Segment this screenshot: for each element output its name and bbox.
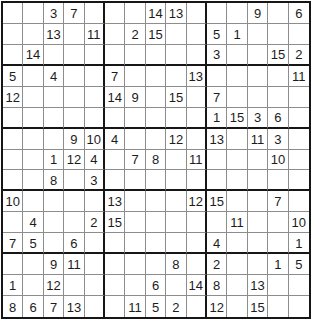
cell-r11c1-empty[interactable] — [3, 212, 23, 233]
cell-r8c4-given[interactable]: 12 — [64, 150, 84, 171]
cell-r15c12-empty[interactable] — [227, 296, 247, 317]
cell-r3c7-empty[interactable] — [125, 45, 145, 66]
cell-r12c7-empty[interactable] — [125, 233, 145, 254]
cell-r3c8-empty[interactable] — [146, 45, 166, 66]
cell-r13c4-given[interactable]: 11 — [64, 254, 84, 275]
cell-r2c15-empty[interactable] — [289, 24, 309, 45]
cell-r3c11-given[interactable]: 3 — [207, 45, 227, 66]
cell-r10c2-empty[interactable] — [23, 191, 43, 212]
cell-r11c5-given[interactable]: 2 — [85, 212, 105, 233]
cell-r9c1-empty[interactable] — [3, 170, 23, 191]
cell-r1c14-empty[interactable] — [268, 3, 288, 24]
cell-r4c8-empty[interactable] — [146, 66, 166, 87]
cell-r13c11-given[interactable]: 2 — [207, 254, 227, 275]
cell-r14c6-empty[interactable] — [105, 275, 125, 296]
cell-r6c5-empty[interactable] — [85, 108, 105, 129]
cell-r5c2-empty[interactable] — [23, 87, 43, 108]
cell-r11c14-empty[interactable] — [268, 212, 288, 233]
cell-r9c3-given[interactable]: 8 — [44, 170, 64, 191]
cell-r7c8-empty[interactable] — [146, 129, 166, 150]
cell-r6c13-given[interactable]: 3 — [248, 108, 268, 129]
cell-r8c14-given[interactable]: 10 — [268, 150, 288, 171]
cell-r13c14-given[interactable]: 1 — [268, 254, 288, 275]
cell-r14c7-empty[interactable] — [125, 275, 145, 296]
cell-r14c14-empty[interactable] — [268, 275, 288, 296]
cell-r1c13-given[interactable]: 9 — [248, 3, 268, 24]
cell-r13c9-given[interactable]: 8 — [166, 254, 186, 275]
cell-r3c9-empty[interactable] — [166, 45, 186, 66]
cell-r2c6-empty[interactable] — [105, 24, 125, 45]
cell-r5c7-given[interactable]: 9 — [125, 87, 145, 108]
cell-r9c12-empty[interactable] — [227, 170, 247, 191]
cell-r2c11-given[interactable]: 5 — [207, 24, 227, 45]
cell-r10c11-given[interactable]: 15 — [207, 191, 227, 212]
cell-r9c5-given[interactable]: 3 — [85, 170, 105, 191]
cell-r7c3-empty[interactable] — [44, 129, 64, 150]
cell-r12c9-empty[interactable] — [166, 233, 186, 254]
cell-r9c13-empty[interactable] — [248, 170, 268, 191]
cell-r11c6-given[interactable]: 15 — [105, 212, 125, 233]
cell-r10c10-given[interactable]: 12 — [187, 191, 207, 212]
cell-r15c13-given[interactable]: 15 — [248, 296, 268, 317]
cell-r1c7-empty[interactable] — [125, 3, 145, 24]
cell-r14c3-given[interactable]: 12 — [44, 275, 64, 296]
cell-r11c3-empty[interactable] — [44, 212, 64, 233]
cell-r2c7-given[interactable]: 2 — [125, 24, 145, 45]
cell-r4c12-empty[interactable] — [227, 66, 247, 87]
cell-r5c9-given[interactable]: 15 — [166, 87, 186, 108]
cell-r1c15-given[interactable]: 6 — [289, 3, 309, 24]
cell-r7c10-empty[interactable] — [187, 129, 207, 150]
cell-r11c13-empty[interactable] — [248, 212, 268, 233]
cell-r1c6-empty[interactable] — [105, 3, 125, 24]
cell-r1c9-given[interactable]: 13 — [166, 3, 186, 24]
cell-r1c1-empty[interactable] — [3, 3, 23, 24]
cell-r9c8-empty[interactable] — [146, 170, 166, 191]
cell-r8c6-empty[interactable] — [105, 150, 125, 171]
cell-r4c13-empty[interactable] — [248, 66, 268, 87]
cell-r10c8-empty[interactable] — [146, 191, 166, 212]
cell-r3c10-empty[interactable] — [187, 45, 207, 66]
cell-r9c15-empty[interactable] — [289, 170, 309, 191]
cell-r2c4-empty[interactable] — [64, 24, 84, 45]
cell-r4c6-given[interactable]: 7 — [105, 66, 125, 87]
cell-r13c1-empty[interactable] — [3, 254, 23, 275]
cell-r7c14-given[interactable]: 3 — [268, 129, 288, 150]
cell-r2c1-empty[interactable] — [3, 24, 23, 45]
cell-r14c13-given[interactable]: 13 — [248, 275, 268, 296]
cell-r13c8-empty[interactable] — [146, 254, 166, 275]
cell-r3c6-empty[interactable] — [105, 45, 125, 66]
cell-r15c4-given[interactable]: 13 — [64, 296, 84, 317]
cell-r4c4-empty[interactable] — [64, 66, 84, 87]
cell-r8c1-empty[interactable] — [3, 150, 23, 171]
cell-r13c13-empty[interactable] — [248, 254, 268, 275]
cell-r3c15-given[interactable]: 2 — [289, 45, 309, 66]
cell-r13c2-empty[interactable] — [23, 254, 43, 275]
cell-r14c12-empty[interactable] — [227, 275, 247, 296]
cell-r12c12-empty[interactable] — [227, 233, 247, 254]
cell-r13c12-empty[interactable] — [227, 254, 247, 275]
cell-r5c11-given[interactable]: 7 — [207, 87, 227, 108]
cell-r12c13-empty[interactable] — [248, 233, 268, 254]
sudoku-board: 3714139613112155114315254713111214915711… — [1, 1, 311, 319]
cell-r2c13-empty[interactable] — [248, 24, 268, 45]
cell-r8c9-empty[interactable] — [166, 150, 186, 171]
cell-r15c5-empty[interactable] — [85, 296, 105, 317]
cell-r8c2-empty[interactable] — [23, 150, 43, 171]
cell-r8c3-given[interactable]: 1 — [44, 150, 64, 171]
cell-r2c8-given[interactable]: 15 — [146, 24, 166, 45]
cell-r6c4-empty[interactable] — [64, 108, 84, 129]
cell-r7c5-given[interactable]: 10 — [85, 129, 105, 150]
cell-r7c4-given[interactable]: 9 — [64, 129, 84, 150]
cell-r1c8-given[interactable]: 14 — [146, 3, 166, 24]
cell-r1c11-empty[interactable] — [207, 3, 227, 24]
cell-r8c10-given[interactable]: 11 — [187, 150, 207, 171]
cell-r12c8-empty[interactable] — [146, 233, 166, 254]
cell-r9c2-empty[interactable] — [23, 170, 43, 191]
cell-r4c2-empty[interactable] — [23, 66, 43, 87]
cell-r13c5-empty[interactable] — [85, 254, 105, 275]
cell-r3c5-empty[interactable] — [85, 45, 105, 66]
cell-r15c11-given[interactable]: 12 — [207, 296, 227, 317]
cell-r6c2-empty[interactable] — [23, 108, 43, 129]
cell-r11c2-given[interactable]: 4 — [23, 212, 43, 233]
cell-r11c11-empty[interactable] — [207, 212, 227, 233]
cell-r4c15-given[interactable]: 11 — [289, 66, 309, 87]
cell-r7c15-empty[interactable] — [289, 129, 309, 150]
cell-r3c13-empty[interactable] — [248, 45, 268, 66]
cell-r10c4-empty[interactable] — [64, 191, 84, 212]
cell-r13c3-given[interactable]: 9 — [44, 254, 64, 275]
cell-r4c1-given[interactable]: 5 — [3, 66, 23, 87]
cell-r11c12-given[interactable]: 11 — [227, 212, 247, 233]
cell-r6c9-empty[interactable] — [166, 108, 186, 129]
cell-r12c5-empty[interactable] — [85, 233, 105, 254]
cell-r10c9-empty[interactable] — [166, 191, 186, 212]
cell-r8c5-given[interactable]: 4 — [85, 150, 105, 171]
cell-r12c10-empty[interactable] — [187, 233, 207, 254]
cell-r4c9-empty[interactable] — [166, 66, 186, 87]
cell-r7c7-empty[interactable] — [125, 129, 145, 150]
cell-r15c7-given[interactable]: 11 — [125, 296, 145, 317]
cell-r4c7-empty[interactable] — [125, 66, 145, 87]
cell-r9c4-empty[interactable] — [64, 170, 84, 191]
cell-r7c12-empty[interactable] — [227, 129, 247, 150]
cell-r5c13-empty[interactable] — [248, 87, 268, 108]
cell-r7c2-empty[interactable] — [23, 129, 43, 150]
cell-r2c9-empty[interactable] — [166, 24, 186, 45]
cell-r3c2-given[interactable]: 14 — [23, 45, 43, 66]
cell-r14c4-empty[interactable] — [64, 275, 84, 296]
cell-r15c14-empty[interactable] — [268, 296, 288, 317]
cell-r6c12-given[interactable]: 15 — [227, 108, 247, 129]
cell-r8c7-given[interactable]: 7 — [125, 150, 145, 171]
cell-r10c3-empty[interactable] — [44, 191, 64, 212]
cell-r9c6-empty[interactable] — [105, 170, 125, 191]
cell-r8c8-given[interactable]: 8 — [146, 150, 166, 171]
cell-r5c14-empty[interactable] — [268, 87, 288, 108]
cell-r13c6-empty[interactable] — [105, 254, 125, 275]
cell-r5c10-empty[interactable] — [187, 87, 207, 108]
cell-r6c8-empty[interactable] — [146, 108, 166, 129]
cell-r12c4-given[interactable]: 6 — [64, 233, 84, 254]
cell-r5c5-empty[interactable] — [85, 87, 105, 108]
cell-r10c12-empty[interactable] — [227, 191, 247, 212]
cell-r12c3-empty[interactable] — [44, 233, 64, 254]
cell-r12c15-given[interactable]: 1 — [289, 233, 309, 254]
cell-r7c1-empty[interactable] — [3, 129, 23, 150]
cell-r12c14-empty[interactable] — [268, 233, 288, 254]
cell-r13c7-empty[interactable] — [125, 254, 145, 275]
cell-r6c10-empty[interactable] — [187, 108, 207, 129]
cell-r1c3-given[interactable]: 3 — [44, 3, 64, 24]
cell-r4c11-empty[interactable] — [207, 66, 227, 87]
cell-r1c5-empty[interactable] — [85, 3, 105, 24]
cell-r3c3-empty[interactable] — [44, 45, 64, 66]
cell-r2c2-empty[interactable] — [23, 24, 43, 45]
cell-r6c14-given[interactable]: 6 — [268, 108, 288, 129]
cell-r2c14-empty[interactable] — [268, 24, 288, 45]
cell-r5c4-empty[interactable] — [64, 87, 84, 108]
cell-r3c4-empty[interactable] — [64, 45, 84, 66]
cell-r5c8-empty[interactable] — [146, 87, 166, 108]
cell-r8c15-empty[interactable] — [289, 150, 309, 171]
cell-r5c3-empty[interactable] — [44, 87, 64, 108]
cell-r14c9-empty[interactable] — [166, 275, 186, 296]
cell-r7c11-given[interactable]: 13 — [207, 129, 227, 150]
cell-r5c1-given[interactable]: 12 — [3, 87, 23, 108]
cell-r10c15-empty[interactable] — [289, 191, 309, 212]
cell-r10c5-empty[interactable] — [85, 191, 105, 212]
cell-r11c4-empty[interactable] — [64, 212, 84, 233]
cell-r2c5-given[interactable]: 11 — [85, 24, 105, 45]
cell-r15c15-empty[interactable] — [289, 296, 309, 317]
cell-r15c1-given[interactable]: 8 — [3, 296, 23, 317]
cell-r11c9-empty[interactable] — [166, 212, 186, 233]
cell-r14c5-empty[interactable] — [85, 275, 105, 296]
cell-r1c10-empty[interactable] — [187, 3, 207, 24]
sudoku-page: 3714139613112155114315254713111214915711… — [0, 0, 312, 320]
cell-r5c6-given[interactable]: 14 — [105, 87, 125, 108]
cell-r15c9-given[interactable]: 2 — [166, 296, 186, 317]
cell-r13c10-empty[interactable] — [187, 254, 207, 275]
cell-r1c2-empty[interactable] — [23, 3, 43, 24]
cell-r1c12-empty[interactable] — [227, 3, 247, 24]
cell-r4c14-empty[interactable] — [268, 66, 288, 87]
cell-r5c15-empty[interactable] — [289, 87, 309, 108]
cell-r12c11-given[interactable]: 4 — [207, 233, 227, 254]
cell-r6c6-empty[interactable] — [105, 108, 125, 129]
cell-r10c6-given[interactable]: 13 — [105, 191, 125, 212]
cell-r8c13-empty[interactable] — [248, 150, 268, 171]
cell-r14c15-empty[interactable] — [289, 275, 309, 296]
cell-r7c13-given[interactable]: 11 — [248, 129, 268, 150]
cell-r12c2-given[interactable]: 5 — [23, 233, 43, 254]
cell-r9c7-empty[interactable] — [125, 170, 145, 191]
cell-r6c11-given[interactable]: 1 — [207, 108, 227, 129]
cell-r3c14-given[interactable]: 15 — [268, 45, 288, 66]
cell-r11c10-empty[interactable] — [187, 212, 207, 233]
cell-r14c2-empty[interactable] — [23, 275, 43, 296]
cell-r4c10-given[interactable]: 13 — [187, 66, 207, 87]
cell-r15c2-given[interactable]: 6 — [23, 296, 43, 317]
cell-r6c3-empty[interactable] — [44, 108, 64, 129]
cell-r11c7-empty[interactable] — [125, 212, 145, 233]
cell-r7c6-given[interactable]: 4 — [105, 129, 125, 150]
cell-r3c12-empty[interactable] — [227, 45, 247, 66]
cell-r15c3-given[interactable]: 7 — [44, 296, 64, 317]
cell-r14c1-given[interactable]: 1 — [3, 275, 23, 296]
cell-r7c9-given[interactable]: 12 — [166, 129, 186, 150]
cell-r15c6-empty[interactable] — [105, 296, 125, 317]
cell-r5c12-empty[interactable] — [227, 87, 247, 108]
cell-r4c5-empty[interactable] — [85, 66, 105, 87]
cell-r2c10-empty[interactable] — [187, 24, 207, 45]
cell-r9c14-empty[interactable] — [268, 170, 288, 191]
cell-r8c11-empty[interactable] — [207, 150, 227, 171]
cell-r2c12-given[interactable]: 1 — [227, 24, 247, 45]
cell-r2c3-given[interactable]: 13 — [44, 24, 64, 45]
cell-r10c1-given[interactable]: 10 — [3, 191, 23, 212]
cell-r3c1-empty[interactable] — [3, 45, 23, 66]
cell-r9c11-empty[interactable] — [207, 170, 227, 191]
cell-r11c8-empty[interactable] — [146, 212, 166, 233]
cell-r14c8-given[interactable]: 6 — [146, 275, 166, 296]
cell-r15c8-given[interactable]: 5 — [146, 296, 166, 317]
cell-r14c10-given[interactable]: 14 — [187, 275, 207, 296]
cell-r11c15-given[interactable]: 10 — [289, 212, 309, 233]
cell-r10c14-given[interactable]: 7 — [268, 191, 288, 212]
cell-r1c4-given[interactable]: 7 — [64, 3, 84, 24]
cell-r10c13-empty[interactable] — [248, 191, 268, 212]
cell-r12c1-given[interactable]: 7 — [3, 233, 23, 254]
cell-r6c7-empty[interactable] — [125, 108, 145, 129]
cell-r4c3-given[interactable]: 4 — [44, 66, 64, 87]
cell-r8c12-empty[interactable] — [227, 150, 247, 171]
cell-r12c6-empty[interactable] — [105, 233, 125, 254]
cell-r6c1-empty[interactable] — [3, 108, 23, 129]
cell-r6c15-empty[interactable] — [289, 108, 309, 129]
cell-r9c10-empty[interactable] — [187, 170, 207, 191]
cell-r13c15-given[interactable]: 5 — [289, 254, 309, 275]
cell-r10c7-empty[interactable] — [125, 191, 145, 212]
cell-r15c10-empty[interactable] — [187, 296, 207, 317]
cell-r14c11-given[interactable]: 8 — [207, 275, 227, 296]
cell-r9c9-empty[interactable] — [166, 170, 186, 191]
